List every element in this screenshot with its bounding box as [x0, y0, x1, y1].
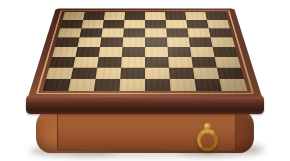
square-d8[interactable]	[124, 12, 145, 20]
square-f1[interactable]	[170, 79, 196, 91]
square-c8[interactable]	[104, 12, 125, 20]
square-f8[interactable]	[165, 12, 186, 20]
square-c2[interactable]	[96, 67, 122, 78]
square-c3[interactable]	[97, 57, 122, 68]
square-d2[interactable]	[120, 67, 145, 78]
square-b1[interactable]	[68, 79, 95, 91]
chess-board	[28, 8, 262, 97]
product-photo-stage	[0, 0, 290, 161]
square-f6[interactable]	[166, 29, 188, 38]
square-a3[interactable]	[49, 57, 75, 68]
square-f2[interactable]	[169, 67, 195, 78]
square-a4[interactable]	[52, 47, 77, 57]
square-g4[interactable]	[190, 47, 215, 57]
square-e6[interactable]	[145, 29, 167, 38]
square-f7[interactable]	[166, 20, 188, 28]
square-a1[interactable]	[43, 79, 71, 91]
square-d1[interactable]	[119, 79, 145, 91]
square-f5[interactable]	[167, 37, 190, 46]
square-e7[interactable]	[145, 20, 166, 28]
square-h6[interactable]	[209, 29, 233, 38]
square-f4[interactable]	[167, 47, 191, 57]
square-c1[interactable]	[94, 79, 120, 91]
square-h8[interactable]	[205, 12, 227, 20]
square-h3[interactable]	[215, 57, 241, 68]
board-frame	[28, 9, 262, 97]
drawer-ring-pull[interactable]	[196, 123, 218, 152]
square-a6[interactable]	[58, 29, 82, 38]
square-c4[interactable]	[99, 47, 123, 57]
square-h5[interactable]	[211, 37, 235, 46]
square-h7[interactable]	[207, 20, 230, 28]
square-h1[interactable]	[219, 79, 247, 91]
square-a5[interactable]	[55, 37, 79, 46]
square-g2[interactable]	[193, 67, 219, 78]
square-h2[interactable]	[217, 67, 244, 78]
square-f3[interactable]	[168, 57, 193, 68]
board-field	[43, 12, 248, 91]
square-g8[interactable]	[185, 12, 207, 20]
square-g1[interactable]	[194, 79, 221, 91]
square-b5[interactable]	[78, 37, 102, 46]
square-e4[interactable]	[145, 47, 168, 57]
square-a2[interactable]	[46, 67, 73, 78]
square-g7[interactable]	[186, 20, 208, 28]
square-g6[interactable]	[187, 29, 210, 38]
square-g3[interactable]	[191, 57, 216, 68]
inlay-line	[36, 11, 254, 94]
square-d4[interactable]	[122, 47, 145, 57]
square-c5[interactable]	[100, 37, 123, 46]
square-c7[interactable]	[103, 20, 125, 28]
square-b7[interactable]	[81, 20, 103, 28]
square-e1[interactable]	[145, 79, 171, 91]
square-d7[interactable]	[124, 20, 145, 28]
lid-front-molding	[26, 95, 264, 114]
square-e2[interactable]	[145, 67, 170, 78]
square-d3[interactable]	[121, 57, 145, 68]
square-b3[interactable]	[73, 57, 98, 68]
square-c6[interactable]	[101, 29, 123, 38]
brass-ring-pull-icon[interactable]	[197, 129, 218, 151]
square-e8[interactable]	[145, 12, 166, 20]
square-a8[interactable]	[62, 12, 84, 20]
square-e5[interactable]	[145, 37, 167, 46]
square-e3[interactable]	[145, 57, 169, 68]
square-b8[interactable]	[83, 12, 105, 20]
square-b2[interactable]	[71, 67, 97, 78]
square-a7[interactable]	[60, 20, 83, 28]
square-g5[interactable]	[189, 37, 213, 46]
square-b6[interactable]	[79, 29, 102, 38]
square-d5[interactable]	[123, 37, 145, 46]
square-d6[interactable]	[123, 29, 145, 38]
square-h4[interactable]	[212, 47, 237, 57]
square-b4[interactable]	[75, 47, 100, 57]
